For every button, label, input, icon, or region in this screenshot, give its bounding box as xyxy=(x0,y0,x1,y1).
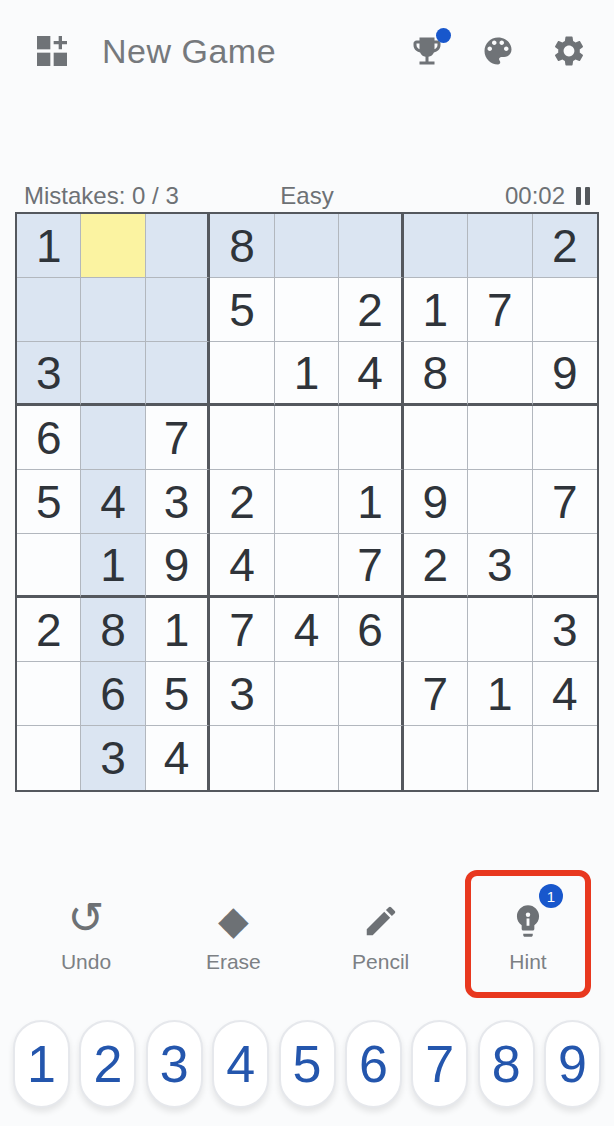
sudoku-cell[interactable] xyxy=(468,342,532,406)
sudoku-cell[interactable] xyxy=(210,726,274,790)
sudoku-cell[interactable] xyxy=(404,406,468,470)
numpad-key-5[interactable]: 5 xyxy=(279,1020,336,1108)
sudoku-cell[interactable] xyxy=(339,406,403,470)
sudoku-cell[interactable] xyxy=(210,406,274,470)
numpad-key-1[interactable]: 1 xyxy=(13,1020,70,1108)
status-row: Easy Mistakes: 0 / 3 00:02 xyxy=(0,182,614,210)
sudoku-cell[interactable]: 3 xyxy=(81,726,145,790)
sudoku-cell[interactable]: 7 xyxy=(468,278,532,342)
hint-bulb-icon: 1 xyxy=(509,894,547,940)
sudoku-cell[interactable] xyxy=(339,726,403,790)
sudoku-cell[interactable]: 1 xyxy=(468,662,532,726)
sudoku-cell[interactable]: 9 xyxy=(404,470,468,534)
sudoku-cell[interactable]: 5 xyxy=(210,278,274,342)
numpad: 123456789 xyxy=(0,1020,614,1108)
sudoku-cell[interactable] xyxy=(533,726,597,790)
sudoku-cell[interactable]: 5 xyxy=(17,470,81,534)
sudoku-cell[interactable]: 1 xyxy=(404,278,468,342)
sudoku-cell[interactable] xyxy=(146,214,210,278)
sudoku-cell[interactable]: 9 xyxy=(146,534,210,598)
sudoku-cell[interactable]: 1 xyxy=(339,470,403,534)
sudoku-cell[interactable] xyxy=(17,278,81,342)
sudoku-cell[interactable]: 2 xyxy=(17,598,81,662)
sudoku-cell[interactable] xyxy=(339,662,403,726)
sudoku-cell[interactable]: 1 xyxy=(275,342,339,406)
sudoku-cell[interactable]: 2 xyxy=(339,278,403,342)
sudoku-cell[interactable]: 3 xyxy=(210,662,274,726)
sudoku-cell[interactable]: 7 xyxy=(210,598,274,662)
sudoku-cell[interactable] xyxy=(275,726,339,790)
sudoku-cell[interactable]: 1 xyxy=(17,214,81,278)
sudoku-cell[interactable] xyxy=(468,726,532,790)
undo-button[interactable]: ↺ Undo xyxy=(25,872,147,996)
sudoku-cell[interactable]: 8 xyxy=(81,598,145,662)
sudoku-cell[interactable]: 1 xyxy=(146,598,210,662)
sudoku-cell[interactable]: 7 xyxy=(339,534,403,598)
hint-button[interactable]: 1 Hint xyxy=(467,872,589,996)
gear-icon xyxy=(551,33,587,69)
sudoku-cell[interactable]: 2 xyxy=(210,470,274,534)
sudoku-cell[interactable] xyxy=(81,342,145,406)
sudoku-cell[interactable] xyxy=(275,214,339,278)
new-game-icon[interactable] xyxy=(32,31,72,71)
sudoku-cell[interactable]: 4 xyxy=(339,342,403,406)
numpad-key-9[interactable]: 9 xyxy=(544,1020,601,1108)
sudoku-cell[interactable] xyxy=(533,406,597,470)
eraser-icon: ◆ xyxy=(218,894,249,940)
sudoku-board: 1825217314896754321971947232817463653714… xyxy=(15,212,599,792)
settings-button[interactable] xyxy=(550,32,588,70)
sudoku-cell[interactable]: 7 xyxy=(146,406,210,470)
sudoku-cell[interactable] xyxy=(404,598,468,662)
sudoku-cell[interactable] xyxy=(17,726,81,790)
erase-button[interactable]: ◆ Erase xyxy=(172,872,294,996)
sudoku-cell[interactable] xyxy=(404,726,468,790)
sudoku-cell[interactable] xyxy=(275,278,339,342)
pencil-button[interactable]: Pencil xyxy=(320,872,442,996)
numpad-key-7[interactable]: 7 xyxy=(411,1020,468,1108)
top-bar: New Game xyxy=(0,0,614,78)
toolbar: ↺ Undo ◆ Erase Pencil 1 Hint xyxy=(0,872,614,996)
sudoku-cell[interactable] xyxy=(533,278,597,342)
sudoku-cell[interactable] xyxy=(468,470,532,534)
theme-button[interactable] xyxy=(479,32,517,70)
sudoku-cell[interactable] xyxy=(275,406,339,470)
sudoku-cell[interactable]: 9 xyxy=(533,342,597,406)
sudoku-cell[interactable]: 3 xyxy=(468,534,532,598)
sudoku-cell[interactable]: 4 xyxy=(81,470,145,534)
palette-icon xyxy=(480,33,516,69)
sudoku-cell[interactable] xyxy=(468,214,532,278)
sudoku-cell[interactable]: 4 xyxy=(210,534,274,598)
sudoku-cell[interactable]: 3 xyxy=(533,598,597,662)
numpad-key-8[interactable]: 8 xyxy=(478,1020,535,1108)
sudoku-cell[interactable] xyxy=(339,214,403,278)
sudoku-cell[interactable] xyxy=(404,214,468,278)
numpad-key-2[interactable]: 2 xyxy=(79,1020,136,1108)
undo-icon: ↺ xyxy=(68,894,105,940)
top-bar-actions xyxy=(408,32,588,70)
sudoku-cell[interactable] xyxy=(468,406,532,470)
sudoku-cell[interactable]: 2 xyxy=(404,534,468,598)
sudoku-cell[interactable]: 8 xyxy=(210,214,274,278)
sudoku-cell[interactable]: 6 xyxy=(339,598,403,662)
page-title: New Game xyxy=(102,32,408,71)
sudoku-cell[interactable]: 2 xyxy=(533,214,597,278)
numpad-key-4[interactable]: 4 xyxy=(212,1020,269,1108)
sudoku-cell[interactable]: 1 xyxy=(81,534,145,598)
sudoku-cell[interactable] xyxy=(17,662,81,726)
sudoku-cell[interactable]: 3 xyxy=(146,470,210,534)
sudoku-cell[interactable] xyxy=(210,342,274,406)
sudoku-cell[interactable]: 4 xyxy=(275,598,339,662)
pencil-icon xyxy=(362,894,400,940)
sudoku-cell[interactable]: 6 xyxy=(17,406,81,470)
trophy-button[interactable] xyxy=(408,32,446,70)
numpad-key-3[interactable]: 3 xyxy=(146,1020,203,1108)
sudoku-cell[interactable] xyxy=(275,470,339,534)
sudoku-cell[interactable]: 3 xyxy=(17,342,81,406)
sudoku-cell[interactable] xyxy=(17,534,81,598)
notification-dot xyxy=(436,28,451,43)
numpad-key-6[interactable]: 6 xyxy=(345,1020,402,1108)
sudoku-cell[interactable]: 7 xyxy=(404,662,468,726)
sudoku-cell[interactable] xyxy=(533,534,597,598)
pause-button[interactable] xyxy=(574,185,592,207)
sudoku-cell[interactable] xyxy=(81,278,145,342)
sudoku-cell[interactable] xyxy=(81,214,145,278)
hint-badge: 1 xyxy=(539,884,563,908)
timer-label: 00:02 xyxy=(505,182,565,210)
sudoku-cell[interactable] xyxy=(81,406,145,470)
sudoku-cell[interactable]: 4 xyxy=(533,662,597,726)
sudoku-cell[interactable] xyxy=(146,342,210,406)
sudoku-cell[interactable] xyxy=(468,598,532,662)
sudoku-cell[interactable]: 4 xyxy=(146,726,210,790)
sudoku-cell[interactable] xyxy=(275,662,339,726)
sudoku-cell[interactable] xyxy=(146,278,210,342)
sudoku-cell[interactable] xyxy=(275,534,339,598)
sudoku-cell[interactable]: 7 xyxy=(533,470,597,534)
sudoku-cell[interactable]: 6 xyxy=(81,662,145,726)
sudoku-cell[interactable]: 5 xyxy=(146,662,210,726)
sudoku-cell[interactable]: 8 xyxy=(404,342,468,406)
